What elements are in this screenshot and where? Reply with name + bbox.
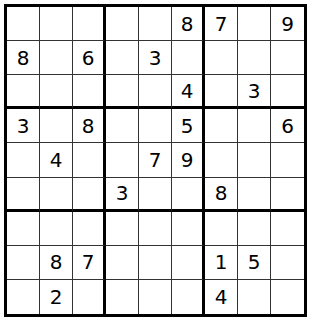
cell-r1c6[interactable]: 8 — [172, 7, 205, 41]
cell-r4c4[interactable] — [106, 109, 139, 143]
cell-r8c4[interactable] — [106, 246, 139, 280]
cell-r4c9[interactable]: 6 — [271, 109, 304, 143]
cell-r4c6[interactable]: 5 — [172, 109, 205, 143]
cell-r7c6[interactable] — [172, 212, 205, 246]
cell-r7c3[interactable] — [73, 212, 106, 246]
cell-r1c7[interactable]: 7 — [205, 7, 238, 41]
cell-r3c6[interactable]: 4 — [172, 75, 205, 109]
cell-r8c1[interactable] — [7, 246, 40, 280]
cell-r7c2[interactable] — [40, 212, 73, 246]
cell-r9c1[interactable] — [7, 280, 40, 314]
cell-r1c4[interactable] — [106, 7, 139, 41]
cell-r5c9[interactable] — [271, 143, 304, 177]
cell-r9c4[interactable] — [106, 280, 139, 314]
cell-r5c7[interactable] — [205, 143, 238, 177]
cell-r2c1[interactable]: 8 — [7, 41, 40, 75]
cell-r1c5[interactable] — [139, 7, 172, 41]
cell-r3c5[interactable] — [139, 75, 172, 109]
cell-r3c7[interactable] — [205, 75, 238, 109]
cell-r9c2[interactable]: 2 — [40, 280, 73, 314]
cell-r6c7[interactable]: 8 — [205, 178, 238, 212]
cell-r4c7[interactable] — [205, 109, 238, 143]
cell-r2c8[interactable] — [238, 41, 271, 75]
cell-r3c2[interactable] — [40, 75, 73, 109]
cell-r7c1[interactable] — [7, 212, 40, 246]
cell-r7c9[interactable] — [271, 212, 304, 246]
cell-r6c6[interactable] — [172, 178, 205, 212]
cell-r5c2[interactable]: 4 — [40, 143, 73, 177]
cell-r3c9[interactable] — [271, 75, 304, 109]
cell-r6c1[interactable] — [7, 178, 40, 212]
cell-r5c6[interactable]: 9 — [172, 143, 205, 177]
cell-r3c3[interactable] — [73, 75, 106, 109]
cell-r4c3[interactable]: 8 — [73, 109, 106, 143]
cell-r8c7[interactable]: 1 — [205, 246, 238, 280]
cell-r8c8[interactable]: 5 — [238, 246, 271, 280]
cell-r1c8[interactable] — [238, 7, 271, 41]
cell-r5c8[interactable] — [238, 143, 271, 177]
cell-r2c4[interactable] — [106, 41, 139, 75]
cell-r8c5[interactable] — [139, 246, 172, 280]
cell-r3c8[interactable]: 3 — [238, 75, 271, 109]
cell-r9c7[interactable]: 4 — [205, 280, 238, 314]
cell-r1c1[interactable] — [7, 7, 40, 41]
cell-r5c4[interactable] — [106, 143, 139, 177]
cell-r5c5[interactable]: 7 — [139, 143, 172, 177]
cell-r2c9[interactable] — [271, 41, 304, 75]
cell-r5c3[interactable] — [73, 143, 106, 177]
cell-r4c5[interactable] — [139, 109, 172, 143]
cell-r9c5[interactable] — [139, 280, 172, 314]
cell-r6c8[interactable] — [238, 178, 271, 212]
cell-r8c9[interactable] — [271, 246, 304, 280]
cell-r9c9[interactable] — [271, 280, 304, 314]
cell-r1c3[interactable] — [73, 7, 106, 41]
cell-r7c7[interactable] — [205, 212, 238, 246]
cell-r7c8[interactable] — [238, 212, 271, 246]
cell-r2c3[interactable]: 6 — [73, 41, 106, 75]
cell-r3c4[interactable] — [106, 75, 139, 109]
cell-r6c5[interactable] — [139, 178, 172, 212]
cell-r9c8[interactable] — [238, 280, 271, 314]
cell-r4c2[interactable] — [40, 109, 73, 143]
cell-r8c2[interactable]: 8 — [40, 246, 73, 280]
cell-r5c1[interactable] — [7, 143, 40, 177]
cell-r3c1[interactable] — [7, 75, 40, 109]
cell-r2c2[interactable] — [40, 41, 73, 75]
cell-r7c4[interactable] — [106, 212, 139, 246]
cell-r9c3[interactable] — [73, 280, 106, 314]
cell-r8c3[interactable]: 7 — [73, 246, 106, 280]
cell-r6c9[interactable] — [271, 178, 304, 212]
cell-r6c4[interactable]: 3 — [106, 178, 139, 212]
cell-r4c1[interactable]: 3 — [7, 109, 40, 143]
cell-r2c6[interactable] — [172, 41, 205, 75]
cell-r2c5[interactable]: 3 — [139, 41, 172, 75]
cell-r4c8[interactable] — [238, 109, 271, 143]
cell-r9c6[interactable] — [172, 280, 205, 314]
cell-r1c9[interactable]: 9 — [271, 7, 304, 41]
cell-r2c7[interactable] — [205, 41, 238, 75]
cell-r6c3[interactable] — [73, 178, 106, 212]
cell-r7c5[interactable] — [139, 212, 172, 246]
cell-r8c6[interactable] — [172, 246, 205, 280]
sudoku-board: 87986343385647938871524 — [4, 4, 307, 317]
cell-r6c2[interactable] — [40, 178, 73, 212]
cell-r1c2[interactable] — [40, 7, 73, 41]
